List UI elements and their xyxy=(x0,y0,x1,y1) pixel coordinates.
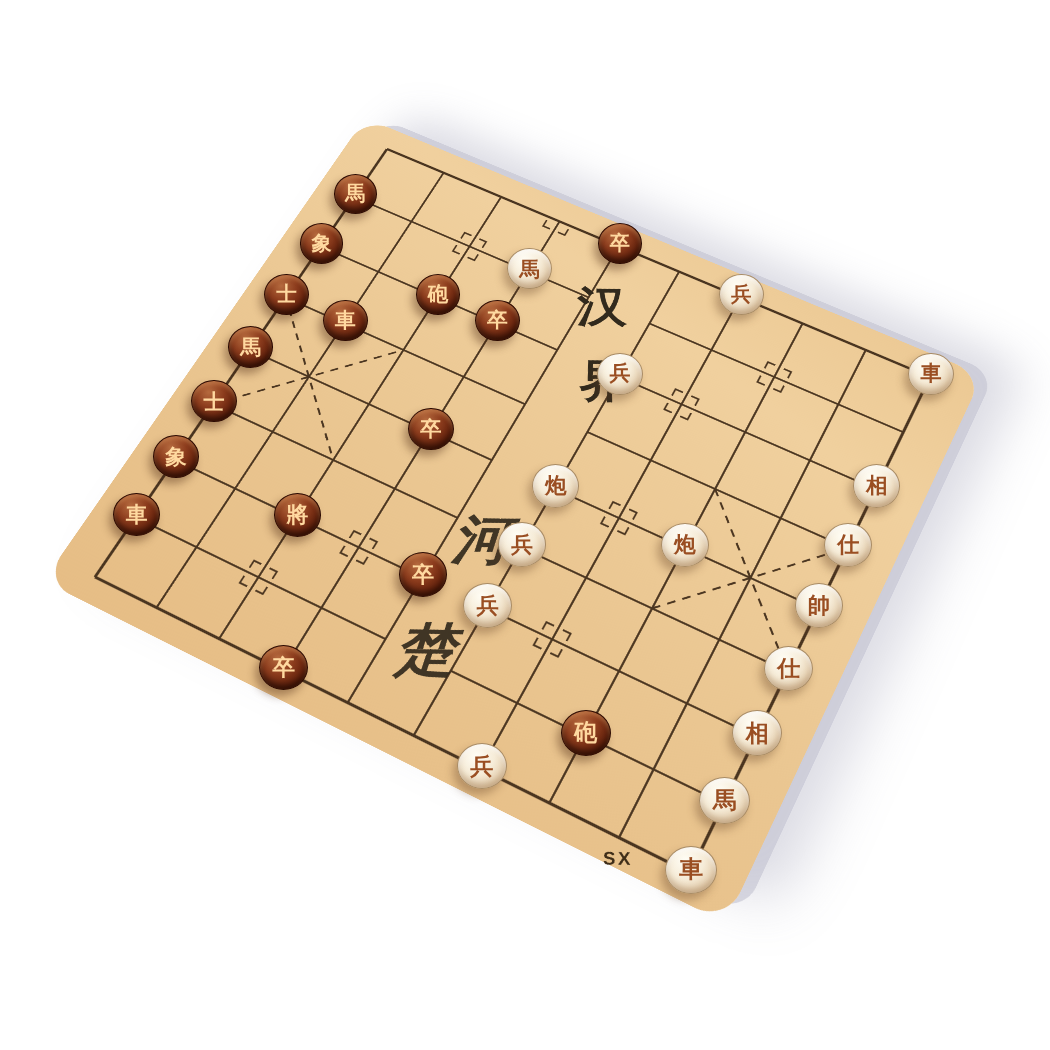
piece-glyph: 相 xyxy=(866,475,888,497)
piece-glyph: 卒 xyxy=(487,310,508,331)
piece-brown-advisor[interactable]: 士 xyxy=(264,274,309,315)
piece-brown-soldier[interactable]: 卒 xyxy=(408,408,454,451)
piece-glyph: 卒 xyxy=(420,418,441,439)
piece-cream-soldier[interactable]: 兵 xyxy=(597,353,643,395)
piece-cream-elephant[interactable]: 相 xyxy=(853,464,900,507)
piece-cream-soldier[interactable]: 兵 xyxy=(463,583,511,628)
piece-brown-soldier[interactable]: 卒 xyxy=(598,223,642,264)
piece-glyph: 卒 xyxy=(412,563,434,585)
piece-glyph: 士 xyxy=(277,284,297,304)
piece-glyph: 馬 xyxy=(241,337,262,358)
piece-glyph: 仕 xyxy=(777,657,800,680)
piece-cream-cannon[interactable]: 炮 xyxy=(532,464,579,507)
piece-cream-king[interactable]: 帥 xyxy=(795,583,844,628)
piece-glyph: 馬 xyxy=(713,789,737,813)
piece-glyph: 車 xyxy=(920,363,941,384)
piece-glyph: 兵 xyxy=(731,284,751,304)
piece-glyph: 兵 xyxy=(476,594,498,616)
piece-brown-cannon[interactable]: 砲 xyxy=(416,274,461,315)
piece-glyph: 將 xyxy=(287,504,309,526)
piece-brown-horse[interactable]: 馬 xyxy=(334,174,377,214)
piece-glyph: 炮 xyxy=(545,475,567,497)
piece-glyph: 相 xyxy=(746,722,769,745)
piece-brown-chariot[interactable]: 車 xyxy=(113,493,160,537)
piece-glyph: 兵 xyxy=(470,754,493,777)
piece-glyph: 車 xyxy=(335,310,356,331)
piece-glyph: 士 xyxy=(203,391,224,412)
piece-glyph: 兵 xyxy=(511,534,533,556)
xiangqi-board-mat: 楚 河 界 汉 SX xyxy=(43,118,983,924)
piece-cream-soldier[interactable]: 兵 xyxy=(498,522,546,566)
piece-brown-elephant[interactable]: 象 xyxy=(300,223,344,264)
piece-glyph: 兵 xyxy=(609,363,630,384)
piece-glyph: 馬 xyxy=(519,259,539,279)
piece-cream-chariot[interactable]: 車 xyxy=(665,846,717,894)
board-grid xyxy=(43,118,983,924)
piece-glyph: 馬 xyxy=(345,184,365,204)
photo-stage: 楚 河 界 汉 SX 車象士馬士象馬車將砲卒卒卒卒卒砲馬兵兵炮兵兵兵炮車馬相仕帥… xyxy=(0,0,1050,1050)
piece-glyph: 炮 xyxy=(674,534,696,556)
piece-brown-advisor[interactable]: 士 xyxy=(191,380,237,422)
piece-glyph: 帥 xyxy=(808,594,830,616)
piece-cream-advisor[interactable]: 仕 xyxy=(764,646,813,692)
piece-brown-king[interactable]: 將 xyxy=(274,493,321,537)
piece-glyph: 卒 xyxy=(610,233,630,253)
piece-glyph: 象 xyxy=(165,446,186,467)
piece-cream-advisor[interactable]: 仕 xyxy=(824,523,872,567)
piece-glyph: 車 xyxy=(679,858,703,882)
piece-glyph: 象 xyxy=(311,233,331,253)
piece-cream-cannon[interactable]: 炮 xyxy=(661,523,709,567)
piece-cream-soldier[interactable]: 兵 xyxy=(457,743,508,790)
piece-glyph: 車 xyxy=(126,504,148,526)
piece-cream-chariot[interactable]: 車 xyxy=(908,353,954,395)
piece-brown-cannon[interactable]: 砲 xyxy=(561,710,611,756)
piece-glyph: 卒 xyxy=(272,656,295,679)
piece-glyph: 砲 xyxy=(428,284,448,304)
piece-brown-horse[interactable]: 馬 xyxy=(228,326,273,368)
piece-brown-soldier[interactable]: 卒 xyxy=(475,300,520,341)
piece-cream-soldier[interactable]: 兵 xyxy=(719,274,764,315)
piece-glyph: 砲 xyxy=(574,721,597,744)
piece-brown-soldier[interactable]: 卒 xyxy=(399,552,447,596)
piece-brown-chariot[interactable]: 車 xyxy=(323,300,368,341)
piece-cream-horse[interactable]: 馬 xyxy=(699,777,750,824)
piece-glyph: 仕 xyxy=(837,534,859,556)
piece-cream-horse[interactable]: 馬 xyxy=(507,248,551,289)
